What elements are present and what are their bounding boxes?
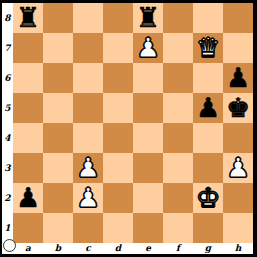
square-a5[interactable] bbox=[13, 93, 43, 123]
square-h6[interactable]: ♟ bbox=[223, 63, 253, 93]
square-c5[interactable] bbox=[73, 93, 103, 123]
square-g3[interactable] bbox=[193, 153, 223, 183]
square-d3[interactable] bbox=[103, 153, 133, 183]
square-a3[interactable] bbox=[13, 153, 43, 183]
chess-board: ♜♜♟♛♟♟♚♟♟♟♟♚ bbox=[13, 3, 253, 243]
square-e3[interactable] bbox=[133, 153, 163, 183]
rank-label-7: 7 bbox=[2, 33, 13, 63]
square-e8[interactable]: ♜ bbox=[133, 3, 163, 33]
square-e1[interactable] bbox=[133, 213, 163, 243]
square-d6[interactable] bbox=[103, 63, 133, 93]
square-c1[interactable] bbox=[73, 213, 103, 243]
square-c2[interactable]: ♟ bbox=[73, 183, 103, 213]
square-e6[interactable] bbox=[133, 63, 163, 93]
piece-white-pawn[interactable]: ♟ bbox=[226, 153, 250, 183]
rank-label-6: 6 bbox=[2, 63, 13, 93]
square-d4[interactable] bbox=[103, 123, 133, 153]
square-a2[interactable]: ♟ bbox=[13, 183, 43, 213]
square-h8[interactable] bbox=[223, 3, 253, 33]
rank-label-5: 5 bbox=[2, 93, 13, 123]
square-d7[interactable] bbox=[103, 33, 133, 63]
square-b4[interactable] bbox=[43, 123, 73, 153]
square-d2[interactable] bbox=[103, 183, 133, 213]
piece-white-king[interactable]: ♚ bbox=[196, 183, 220, 213]
square-g1[interactable] bbox=[193, 213, 223, 243]
square-g7[interactable]: ♛ bbox=[193, 33, 223, 63]
piece-black-pawn[interactable]: ♟ bbox=[16, 183, 40, 213]
square-b2[interactable] bbox=[43, 183, 73, 213]
file-label-h: h bbox=[223, 242, 253, 254]
chessboard-frame: ♜♜♟♛♟♟♚♟♟♟♟♚ 87654321 abcdefgh bbox=[0, 0, 257, 257]
square-g2[interactable]: ♚ bbox=[193, 183, 223, 213]
square-g6[interactable] bbox=[193, 63, 223, 93]
square-b5[interactable] bbox=[43, 93, 73, 123]
rank-label-4: 4 bbox=[2, 123, 13, 153]
piece-black-rook[interactable]: ♜ bbox=[136, 3, 160, 33]
square-e7[interactable]: ♟ bbox=[133, 33, 163, 63]
square-e4[interactable] bbox=[133, 123, 163, 153]
square-c4[interactable] bbox=[73, 123, 103, 153]
square-f4[interactable] bbox=[163, 123, 193, 153]
square-f8[interactable] bbox=[163, 3, 193, 33]
square-f3[interactable] bbox=[163, 153, 193, 183]
square-d5[interactable] bbox=[103, 93, 133, 123]
square-h1[interactable] bbox=[223, 213, 253, 243]
rank-label-8: 8 bbox=[2, 3, 13, 33]
piece-black-pawn[interactable]: ♟ bbox=[196, 93, 220, 123]
square-c3[interactable]: ♟ bbox=[73, 153, 103, 183]
piece-white-pawn[interactable]: ♟ bbox=[136, 33, 160, 63]
square-a7[interactable] bbox=[13, 33, 43, 63]
square-d8[interactable] bbox=[103, 3, 133, 33]
square-g5[interactable]: ♟ bbox=[193, 93, 223, 123]
square-a4[interactable] bbox=[13, 123, 43, 153]
piece-white-pawn[interactable]: ♟ bbox=[76, 183, 100, 213]
file-label-g: g bbox=[193, 242, 223, 254]
square-d1[interactable] bbox=[103, 213, 133, 243]
rank-label-2: 2 bbox=[2, 183, 13, 213]
file-label-f: f bbox=[163, 242, 193, 254]
square-a1[interactable] bbox=[13, 213, 43, 243]
square-f2[interactable] bbox=[163, 183, 193, 213]
piece-black-king[interactable]: ♚ bbox=[226, 93, 250, 123]
file-label-c: c bbox=[73, 242, 103, 254]
square-a8[interactable]: ♜ bbox=[13, 3, 43, 33]
piece-black-rook[interactable]: ♜ bbox=[16, 3, 40, 33]
file-label-a: a bbox=[13, 242, 43, 254]
square-e2[interactable] bbox=[133, 183, 163, 213]
square-b7[interactable] bbox=[43, 33, 73, 63]
square-c7[interactable] bbox=[73, 33, 103, 63]
piece-black-pawn[interactable]: ♟ bbox=[226, 63, 250, 93]
file-label-b: b bbox=[43, 242, 73, 254]
square-c8[interactable] bbox=[73, 3, 103, 33]
square-b6[interactable] bbox=[43, 63, 73, 93]
square-h3[interactable]: ♟ bbox=[223, 153, 253, 183]
square-g4[interactable] bbox=[193, 123, 223, 153]
square-h7[interactable] bbox=[223, 33, 253, 63]
piece-white-pawn[interactable]: ♟ bbox=[76, 153, 100, 183]
square-b1[interactable] bbox=[43, 213, 73, 243]
square-f6[interactable] bbox=[163, 63, 193, 93]
square-h5[interactable]: ♚ bbox=[223, 93, 253, 123]
square-g8[interactable] bbox=[193, 3, 223, 33]
white-to-move-indicator bbox=[3, 239, 16, 252]
rank-labels: 87654321 bbox=[2, 3, 13, 243]
square-h4[interactable] bbox=[223, 123, 253, 153]
square-e5[interactable] bbox=[133, 93, 163, 123]
file-labels: abcdefgh bbox=[13, 242, 253, 254]
square-c6[interactable] bbox=[73, 63, 103, 93]
square-f1[interactable] bbox=[163, 213, 193, 243]
square-b8[interactable] bbox=[43, 3, 73, 33]
rank-label-3: 3 bbox=[2, 153, 13, 183]
file-label-e: e bbox=[133, 242, 163, 254]
square-h2[interactable] bbox=[223, 183, 253, 213]
square-f5[interactable] bbox=[163, 93, 193, 123]
square-a6[interactable] bbox=[13, 63, 43, 93]
file-label-d: d bbox=[103, 242, 133, 254]
square-b3[interactable] bbox=[43, 153, 73, 183]
square-f7[interactable] bbox=[163, 33, 193, 63]
piece-white-queen[interactable]: ♛ bbox=[196, 33, 220, 63]
